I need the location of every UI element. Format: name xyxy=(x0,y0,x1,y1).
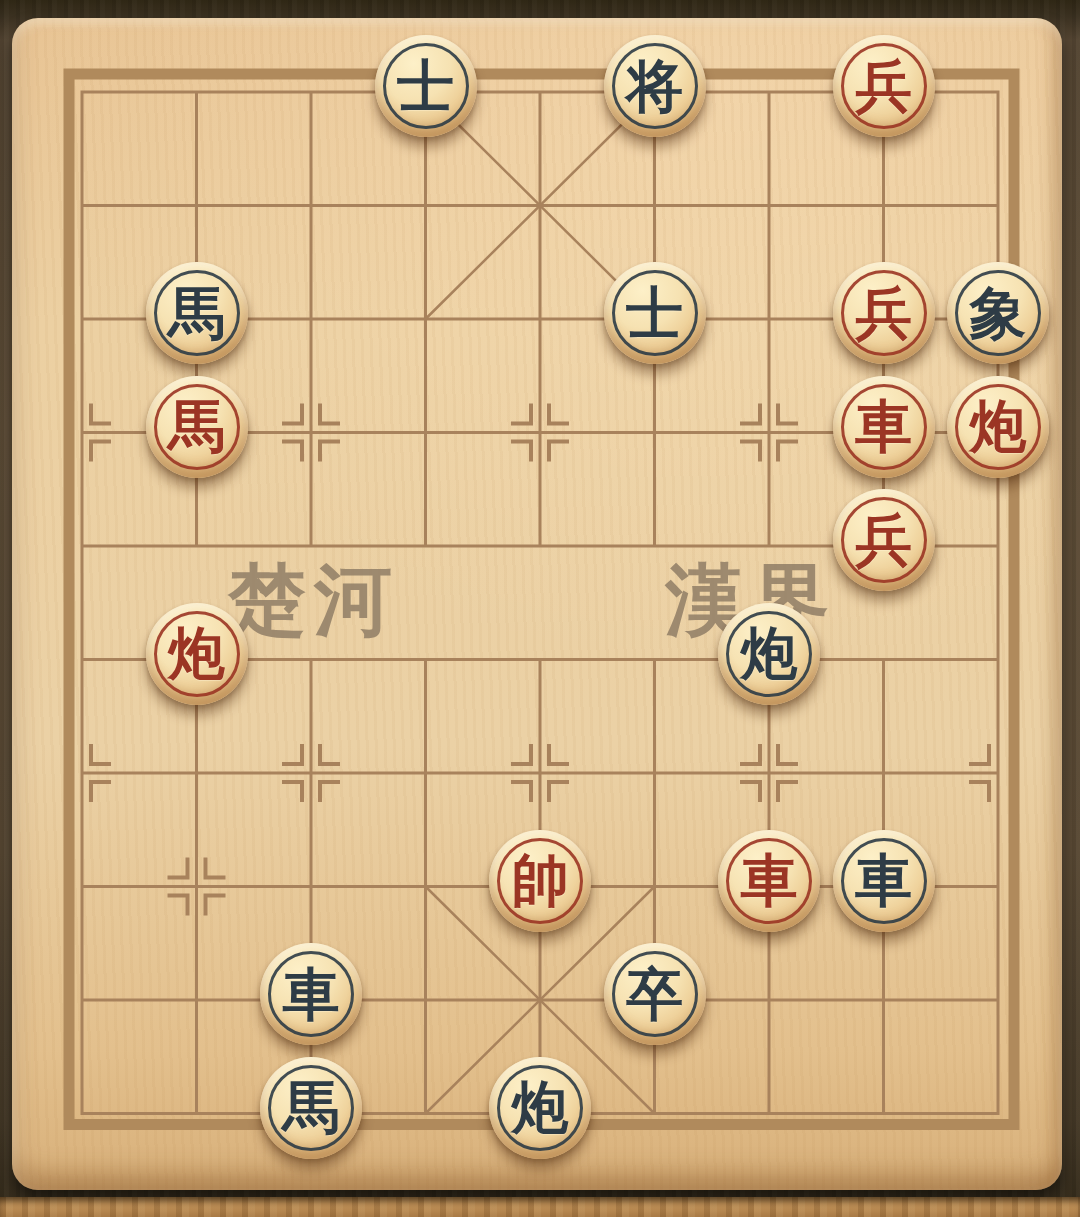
piece-glyph: 車 xyxy=(741,851,798,908)
piece-black-horse[interactable]: 馬 xyxy=(146,262,248,364)
piece-glyph: 兵 xyxy=(855,511,912,568)
piece-black-cannon[interactable]: 炮 xyxy=(489,1057,591,1159)
piece-glyph: 兵 xyxy=(855,284,912,341)
piece-red-soldier[interactable]: 兵 xyxy=(833,489,935,591)
piece-red-cannon[interactable]: 炮 xyxy=(947,376,1049,478)
piece-black-advisor[interactable]: 士 xyxy=(604,262,706,364)
piece-black-general[interactable]: 将 xyxy=(604,35,706,137)
piece-black-horse[interactable]: 馬 xyxy=(260,1057,362,1159)
piece-glyph: 兵 xyxy=(855,57,912,114)
piece-glyph: 炮 xyxy=(512,1078,569,1135)
piece-red-general[interactable]: 帥 xyxy=(489,830,591,932)
piece-red-horse[interactable]: 馬 xyxy=(146,376,248,478)
piece-glyph: 象 xyxy=(970,284,1027,341)
piece-red-cannon[interactable]: 炮 xyxy=(146,603,248,705)
piece-black-soldier[interactable]: 卒 xyxy=(604,943,706,1045)
game-screen: 楚河 漢界 士将兵馬士兵象馬車炮兵炮炮帥車車車卒馬炮 xyxy=(0,0,1080,1217)
piece-red-soldier[interactable]: 兵 xyxy=(833,35,935,137)
piece-glyph: 将 xyxy=(626,57,683,114)
piece-glyph: 炮 xyxy=(741,624,798,681)
piece-glyph: 車 xyxy=(855,851,912,908)
piece-glyph: 炮 xyxy=(970,397,1027,454)
piece-glyph: 士 xyxy=(626,284,683,341)
piece-red-chariot[interactable]: 車 xyxy=(718,830,820,932)
piece-glyph: 車 xyxy=(855,397,912,454)
piece-black-cannon[interactable]: 炮 xyxy=(718,603,820,705)
piece-red-soldier[interactable]: 兵 xyxy=(833,262,935,364)
piece-glyph: 馬 xyxy=(168,397,225,454)
piece-grid: 士将兵馬士兵象馬車炮兵炮炮帥車車車卒馬炮 xyxy=(25,35,1056,1170)
piece-glyph: 卒 xyxy=(626,965,683,1022)
piece-black-chariot[interactable]: 車 xyxy=(833,830,935,932)
piece-red-chariot[interactable]: 車 xyxy=(833,376,935,478)
piece-glyph: 士 xyxy=(397,57,454,114)
table-edge xyxy=(0,1197,1080,1217)
piece-black-elephant[interactable]: 象 xyxy=(947,262,1049,364)
piece-black-chariot[interactable]: 車 xyxy=(260,943,362,1045)
piece-glyph: 馬 xyxy=(283,1078,340,1135)
piece-glyph: 炮 xyxy=(168,624,225,681)
piece-glyph: 帥 xyxy=(512,851,569,908)
piece-glyph: 車 xyxy=(283,965,340,1022)
piece-glyph: 馬 xyxy=(168,284,225,341)
piece-black-advisor[interactable]: 士 xyxy=(375,35,477,137)
